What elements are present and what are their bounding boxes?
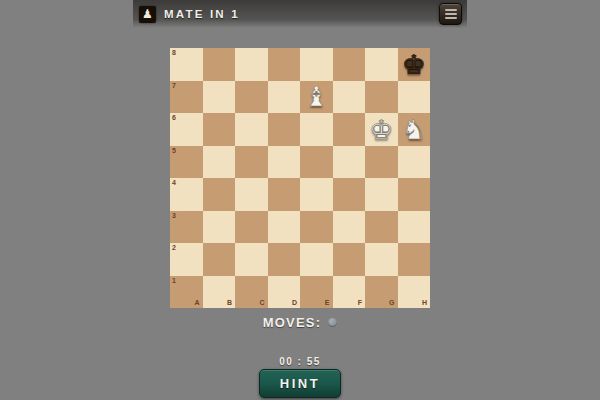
square-b4[interactable]: [203, 178, 236, 211]
rank-label-3: 3: [172, 212, 176, 219]
square-e8[interactable]: [300, 48, 333, 81]
square-c6[interactable]: [235, 113, 268, 146]
square-d2[interactable]: [268, 243, 301, 276]
square-c7[interactable]: [235, 81, 268, 114]
menu-button[interactable]: [439, 3, 462, 25]
square-d5[interactable]: [268, 146, 301, 179]
square-b3[interactable]: [203, 211, 236, 244]
moves-row: MOVES:: [133, 315, 467, 329]
square-a7[interactable]: 7: [170, 81, 203, 114]
square-g8[interactable]: [365, 48, 398, 81]
file-label-e: E: [325, 299, 330, 306]
piece-white-bishop[interactable]: ♝: [300, 81, 333, 114]
square-a1[interactable]: 1A: [170, 276, 203, 309]
square-b7[interactable]: [203, 81, 236, 114]
header-bar: ♟ MATE IN 1: [133, 0, 467, 28]
square-h2[interactable]: [398, 243, 431, 276]
square-c4[interactable]: [235, 178, 268, 211]
rank-label-8: 8: [172, 49, 176, 56]
square-a3[interactable]: 3: [170, 211, 203, 244]
rank-label-6: 6: [172, 114, 176, 121]
pawn-icon: ♟: [139, 6, 156, 23]
piece-black-king[interactable]: ♚: [398, 48, 431, 81]
rank-label-1: 1: [172, 277, 176, 284]
piece-white-king[interactable]: ♚: [365, 113, 398, 146]
square-c2[interactable]: [235, 243, 268, 276]
hamburger-icon: [445, 9, 457, 11]
square-d8[interactable]: [268, 48, 301, 81]
rank-label-2: 2: [172, 244, 176, 251]
square-h7[interactable]: [398, 81, 431, 114]
square-h6[interactable]: ♞: [398, 113, 431, 146]
square-g4[interactable]: [365, 178, 398, 211]
square-b5[interactable]: [203, 146, 236, 179]
file-label-d: D: [292, 299, 297, 306]
square-b2[interactable]: [203, 243, 236, 276]
piece-white-knight[interactable]: ♞: [398, 113, 431, 146]
file-label-c: C: [259, 299, 264, 306]
square-b8[interactable]: [203, 48, 236, 81]
square-g7[interactable]: [365, 81, 398, 114]
square-f3[interactable]: [333, 211, 366, 244]
game-panel: ♟ MATE IN 1 8♚7♝6♚♞54321ABCDEFGH MOVES: …: [133, 0, 467, 400]
square-e7[interactable]: ♝: [300, 81, 333, 114]
square-a2[interactable]: 2: [170, 243, 203, 276]
square-h4[interactable]: [398, 178, 431, 211]
square-h5[interactable]: [398, 146, 431, 179]
move-dot: [328, 318, 337, 327]
square-f5[interactable]: [333, 146, 366, 179]
square-f7[interactable]: [333, 81, 366, 114]
file-label-g: G: [389, 299, 394, 306]
square-d6[interactable]: [268, 113, 301, 146]
square-h1[interactable]: H: [398, 276, 431, 309]
square-a6[interactable]: 6: [170, 113, 203, 146]
square-d4[interactable]: [268, 178, 301, 211]
square-e2[interactable]: [300, 243, 333, 276]
square-f6[interactable]: [333, 113, 366, 146]
square-d3[interactable]: [268, 211, 301, 244]
file-label-f: F: [358, 299, 362, 306]
file-label-h: H: [422, 299, 427, 306]
square-d7[interactable]: [268, 81, 301, 114]
square-b1[interactable]: B: [203, 276, 236, 309]
rank-label-5: 5: [172, 147, 176, 154]
square-a4[interactable]: 4: [170, 178, 203, 211]
moves-label: MOVES:: [263, 315, 321, 330]
hint-button[interactable]: HINT: [259, 369, 341, 398]
square-h8[interactable]: ♚: [398, 48, 431, 81]
square-g1[interactable]: G: [365, 276, 398, 309]
square-e3[interactable]: [300, 211, 333, 244]
chess-board: 8♚7♝6♚♞54321ABCDEFGH: [170, 48, 430, 308]
hamburger-icon: [445, 13, 457, 15]
square-f2[interactable]: [333, 243, 366, 276]
hamburger-icon: [445, 17, 457, 19]
square-f4[interactable]: [333, 178, 366, 211]
square-g5[interactable]: [365, 146, 398, 179]
square-e1[interactable]: E: [300, 276, 333, 309]
puzzle-title: MATE IN 1: [164, 8, 240, 20]
timer: 00 : 55: [133, 356, 467, 367]
square-g6[interactable]: ♚: [365, 113, 398, 146]
square-a5[interactable]: 5: [170, 146, 203, 179]
square-c5[interactable]: [235, 146, 268, 179]
square-c8[interactable]: [235, 48, 268, 81]
square-g2[interactable]: [365, 243, 398, 276]
rank-label-7: 7: [172, 82, 176, 89]
square-e6[interactable]: [300, 113, 333, 146]
square-b6[interactable]: [203, 113, 236, 146]
square-a8[interactable]: 8: [170, 48, 203, 81]
square-d1[interactable]: D: [268, 276, 301, 309]
square-h3[interactable]: [398, 211, 431, 244]
square-c3[interactable]: [235, 211, 268, 244]
rank-label-4: 4: [172, 179, 176, 186]
square-e4[interactable]: [300, 178, 333, 211]
hint-button-label: HINT: [280, 376, 320, 391]
file-label-a: A: [194, 299, 199, 306]
square-c1[interactable]: C: [235, 276, 268, 309]
square-g3[interactable]: [365, 211, 398, 244]
square-e5[interactable]: [300, 146, 333, 179]
file-label-b: B: [227, 299, 232, 306]
square-f1[interactable]: F: [333, 276, 366, 309]
move-dots: [328, 318, 337, 327]
square-f8[interactable]: [333, 48, 366, 81]
